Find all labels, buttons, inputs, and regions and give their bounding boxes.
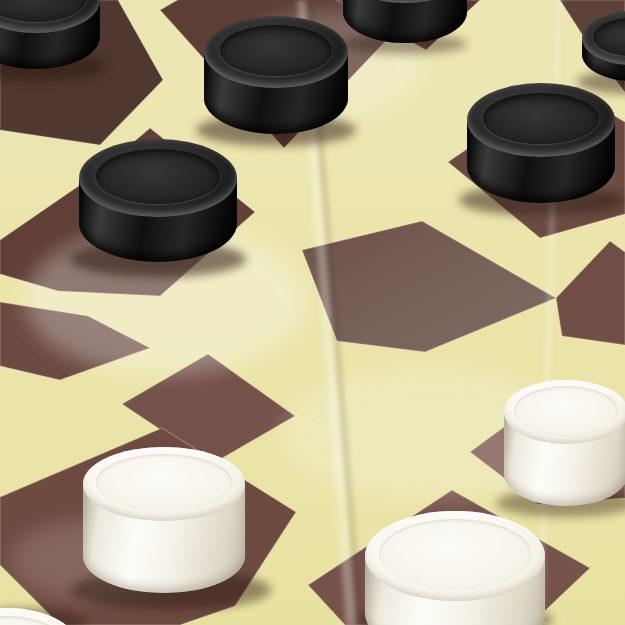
piece-top-face [204, 16, 348, 88]
piece-top-inner-ring [379, 519, 530, 589]
black-checker-piece[interactable] [0, 0, 100, 69]
piece-side [343, 0, 467, 43]
white-checker-piece[interactable] [365, 511, 545, 625]
piece-top-inner-ring [96, 149, 219, 204]
white-checker-piece[interactable] [0, 608, 80, 625]
black-checker-piece[interactable] [79, 139, 237, 262]
checkers-board-photo: Close-up angled photograph of a folding … [0, 0, 625, 625]
piece-top-face [0, 608, 80, 625]
black-checker-piece[interactable] [204, 16, 348, 134]
piece-top-inner-ring [593, 18, 625, 56]
piece-top-inner-ring [96, 454, 232, 512]
black-checker-piece[interactable] [343, 0, 467, 43]
black-checker-piece[interactable] [467, 83, 615, 203]
piece-top-inner-ring [220, 25, 332, 75]
white-checker-piece[interactable] [504, 380, 625, 506]
piece-top-face [467, 83, 615, 157]
piece-top-inner-ring [514, 386, 618, 436]
piece-top-face [504, 380, 625, 444]
white-checker-piece[interactable] [83, 447, 245, 593]
piece-top-face [83, 447, 245, 521]
piece-top-inner-ring [483, 93, 598, 145]
piece-top-face [365, 511, 545, 601]
black-checker-piece[interactable] [582, 11, 625, 81]
board-square-dark-square-center [302, 221, 556, 352]
board-square-dark-square-center-right [556, 241, 625, 345]
piece-top-inner-ring [0, 0, 86, 22]
piece-top-inner-ring [0, 616, 68, 625]
piece-top-face [79, 139, 237, 217]
